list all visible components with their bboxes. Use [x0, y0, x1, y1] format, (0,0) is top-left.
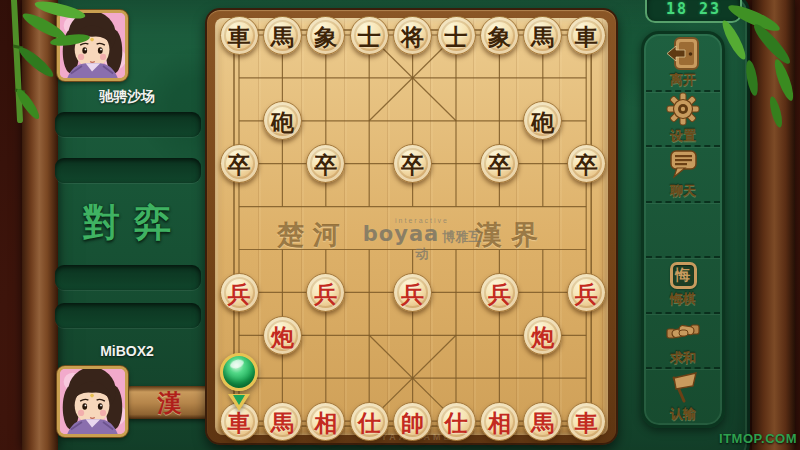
chat-button[interactable]: 聊天 — [646, 145, 720, 201]
site-watermark: ITMOP.COM — [719, 431, 797, 446]
red-piece-馬[interactable]: 馬 — [523, 402, 562, 441]
flag-icon — [666, 370, 700, 404]
selection-arrow — [228, 394, 250, 411]
avatar-portrait — [60, 369, 125, 434]
player-side-banner: 漢 — [127, 386, 212, 419]
player-name: MiBOX2 — [48, 343, 206, 359]
black-piece-砲[interactable]: 砲 — [263, 101, 302, 140]
opponent-info-field-2 — [55, 158, 201, 183]
red-piece-兵[interactable]: 兵 — [393, 273, 432, 312]
empty-slot — [646, 201, 720, 257]
xiangqi-board[interactable]: 楚河 漢界 interactiveboyaa博雅互动 BOYAA GAMES 車… — [205, 8, 618, 445]
player-info-field-2 — [55, 303, 201, 328]
red-piece-車[interactable]: 車 — [567, 402, 606, 441]
red-piece-兵[interactable]: 兵 — [480, 273, 519, 312]
door-exit-icon — [666, 36, 700, 70]
gear-icon — [666, 92, 700, 126]
undo-move-button[interactable]: 悔 悔棋 — [646, 256, 720, 312]
black-piece-砲[interactable]: 砲 — [523, 101, 562, 140]
black-piece-卒[interactable]: 卒 — [480, 144, 519, 183]
opponent-info-field-1 — [55, 112, 201, 137]
red-piece-仕[interactable]: 仕 — [437, 402, 476, 441]
resign-button-label: 认输 — [670, 405, 696, 423]
red-piece-兵[interactable]: 兵 — [220, 273, 259, 312]
red-piece-兵[interactable]: 兵 — [306, 273, 345, 312]
black-piece-車[interactable]: 車 — [220, 16, 259, 55]
black-piece-卒[interactable]: 卒 — [306, 144, 345, 183]
black-piece-馬[interactable]: 馬 — [523, 16, 562, 55]
resign-button[interactable]: 认输 — [646, 367, 720, 423]
player-info-field-1 — [55, 265, 201, 290]
black-piece-士[interactable]: 士 — [350, 16, 389, 55]
red-piece-馬[interactable]: 馬 — [263, 402, 302, 441]
red-piece-帥[interactable]: 帥 — [393, 402, 432, 441]
action-button-panel: 离开 设置 — [641, 31, 725, 428]
side-banner-character: 漢 — [158, 387, 182, 419]
black-piece-士[interactable]: 士 — [437, 16, 476, 55]
game-screen: 驰骋沙场 對弈 MiBOX2 漢 — [0, 0, 800, 450]
red-piece-仕[interactable]: 仕 — [350, 402, 389, 441]
selection-gem-marker — [220, 353, 258, 391]
game-clock: 18 23 — [645, 0, 742, 23]
handshake-icon — [666, 314, 700, 348]
leave-button[interactable]: 离开 — [646, 36, 720, 90]
offer-draw-button[interactable]: 求和 — [646, 312, 720, 368]
red-piece-相[interactable]: 相 — [480, 402, 519, 441]
red-piece-兵[interactable]: 兵 — [567, 273, 606, 312]
chat-button-label: 聊天 — [670, 182, 696, 200]
undo-icon: 悔 — [670, 262, 697, 289]
pieces-layer: 車馬象士将士象馬車砲砲卒卒卒卒卒兵兵兵兵兵炮炮車馬相仕帥仕相馬車 — [207, 10, 616, 443]
player-avatar — [57, 366, 128, 437]
opponent-avatar — [57, 10, 128, 81]
black-piece-卒[interactable]: 卒 — [393, 144, 432, 183]
settings-button-label: 设置 — [670, 127, 696, 145]
red-piece-炮[interactable]: 炮 — [263, 316, 302, 355]
chat-bubble-icon — [666, 147, 700, 181]
black-piece-卒[interactable]: 卒 — [220, 144, 259, 183]
opponent-name: 驰骋沙场 — [48, 88, 206, 106]
clock-time: 18 23 — [666, 0, 721, 21]
settings-button[interactable]: 设置 — [646, 90, 720, 146]
duel-logo: 對弈 — [48, 198, 206, 248]
wooden-plank-right — [752, 0, 795, 450]
black-piece-将[interactable]: 将 — [393, 16, 432, 55]
leave-button-label: 离开 — [670, 71, 696, 89]
undo-button-label: 悔棋 — [670, 290, 696, 308]
red-piece-炮[interactable]: 炮 — [523, 316, 562, 355]
black-piece-象[interactable]: 象 — [480, 16, 519, 55]
red-piece-相[interactable]: 相 — [306, 402, 345, 441]
offer-draw-button-label: 求和 — [670, 349, 696, 367]
black-piece-馬[interactable]: 馬 — [263, 16, 302, 55]
avatar-portrait — [60, 13, 125, 78]
black-piece-卒[interactable]: 卒 — [567, 144, 606, 183]
black-piece-象[interactable]: 象 — [306, 16, 345, 55]
black-piece-車[interactable]: 車 — [567, 16, 606, 55]
